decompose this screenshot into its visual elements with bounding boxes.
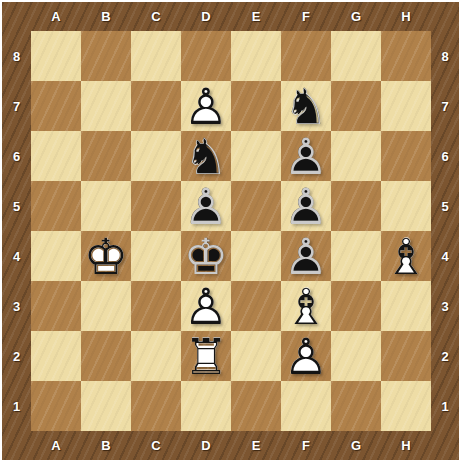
square-e5[interactable]: [231, 181, 281, 231]
piece-white-pawn[interactable]: ♟♙: [181, 81, 231, 131]
square-g1[interactable]: [331, 381, 381, 431]
square-grain-texture: [31, 331, 81, 381]
square-c6[interactable]: [131, 131, 181, 181]
square-f8[interactable]: [281, 31, 331, 81]
square-h6[interactable]: [381, 131, 431, 181]
square-d1[interactable]: [181, 381, 231, 431]
square-d3[interactable]: ♟♙: [181, 281, 231, 331]
square-grain-texture: [81, 31, 131, 81]
square-a6[interactable]: [31, 131, 81, 181]
square-grain-texture: [331, 31, 381, 81]
square-grain-texture: [381, 281, 431, 331]
square-e8[interactable]: [231, 31, 281, 81]
square-grain-texture: [381, 381, 431, 431]
square-d5[interactable]: ♟♙: [181, 181, 231, 231]
square-d7[interactable]: ♟♙: [181, 81, 231, 131]
square-grain-texture: [131, 181, 181, 231]
square-a3[interactable]: [31, 281, 81, 331]
file-label-bottom-d: D: [181, 431, 231, 460]
square-grain-texture: [231, 231, 281, 281]
file-label-bottom-g: G: [331, 431, 381, 460]
square-grain-texture: [281, 31, 331, 81]
piece-black-knight[interactable]: ♞♘: [181, 131, 231, 181]
square-grain-texture: [231, 181, 281, 231]
piece-white-bishop[interactable]: ♝♗: [281, 281, 331, 331]
piece-black-pawn[interactable]: ♟♙: [281, 231, 331, 281]
file-label-bottom-f: F: [281, 431, 331, 460]
piece-white-pawn[interactable]: ♟♙: [181, 281, 231, 331]
file-label-top-f: F: [281, 2, 331, 31]
square-grain-texture: [231, 331, 281, 381]
square-f5[interactable]: ♟♙: [281, 181, 331, 231]
square-grain-texture: [81, 281, 131, 331]
square-g7[interactable]: [331, 81, 381, 131]
square-e6[interactable]: [231, 131, 281, 181]
square-e1[interactable]: [231, 381, 281, 431]
file-label-top-h: H: [381, 2, 431, 31]
rank-label-right-3: 3: [431, 281, 459, 331]
square-grain-texture: [381, 31, 431, 81]
square-g4[interactable]: [331, 231, 381, 281]
square-e4[interactable]: [231, 231, 281, 281]
square-grain-texture: [131, 331, 181, 381]
square-h5[interactable]: [381, 181, 431, 231]
square-grain-texture: [31, 281, 81, 331]
square-b3[interactable]: [81, 281, 131, 331]
square-grain-texture: [281, 381, 331, 431]
page: AABBCCDDEEFFGGHH8877665544332211♟♙♞♘♞♘♟♙…: [0, 0, 461, 462]
square-b8[interactable]: [81, 31, 131, 81]
rank-label-left-8: 8: [2, 31, 31, 81]
rank-label-right-5: 5: [431, 181, 459, 231]
file-label-bottom-h: H: [381, 431, 431, 460]
square-h2[interactable]: [381, 331, 431, 381]
square-grain-texture: [231, 281, 281, 331]
square-h4[interactable]: ♝♗: [381, 231, 431, 281]
file-label-bottom-c: C: [131, 431, 181, 460]
square-b6[interactable]: [81, 131, 131, 181]
square-grain-texture: [131, 31, 181, 81]
square-b7[interactable]: [81, 81, 131, 131]
square-grain-texture: [331, 231, 381, 281]
black-knight-outline: ♘: [181, 131, 231, 181]
white-bishop-outline: ♗: [381, 231, 431, 281]
square-grain-texture: [331, 381, 381, 431]
piece-black-king[interactable]: ♚♔: [181, 231, 231, 281]
square-grain-texture: [31, 181, 81, 231]
square-grain-texture: [81, 81, 131, 131]
square-c3[interactable]: [131, 281, 181, 331]
chess-board-frame: AABBCCDDEEFFGGHH8877665544332211♟♙♞♘♞♘♟♙…: [2, 2, 459, 460]
piece-white-king[interactable]: ♚♔: [81, 231, 131, 281]
square-grain-texture: [181, 31, 231, 81]
square-grain-texture: [81, 381, 131, 431]
square-grain-texture: [81, 181, 131, 231]
black-pawn-outline: ♙: [281, 181, 331, 231]
square-grain-texture: [331, 81, 381, 131]
black-pawn-outline: ♙: [181, 181, 231, 231]
square-c2[interactable]: [131, 331, 181, 381]
rank-label-right-7: 7: [431, 81, 459, 131]
square-b5[interactable]: [81, 181, 131, 231]
rank-label-right-1: 1: [431, 381, 459, 431]
rank-label-left-7: 7: [2, 81, 31, 131]
square-a7[interactable]: [31, 81, 81, 131]
square-grain-texture: [381, 331, 431, 381]
file-label-top-e: E: [231, 2, 281, 31]
piece-black-pawn[interactable]: ♟♙: [281, 181, 331, 231]
square-grain-texture: [331, 281, 381, 331]
piece-black-pawn[interactable]: ♟♙: [181, 181, 231, 231]
square-g5[interactable]: [331, 181, 381, 231]
square-grain-texture: [31, 81, 81, 131]
piece-white-pawn[interactable]: ♟♙: [281, 331, 331, 381]
square-grain-texture: [131, 281, 181, 331]
black-pawn-outline: ♙: [281, 231, 331, 281]
square-f2[interactable]: ♟♙: [281, 331, 331, 381]
square-h3[interactable]: [381, 281, 431, 331]
square-grain-texture: [381, 181, 431, 231]
file-label-bottom-b: B: [81, 431, 131, 460]
square-a8[interactable]: [31, 31, 81, 81]
square-g8[interactable]: [331, 31, 381, 81]
square-c5[interactable]: [131, 181, 181, 231]
file-label-bottom-e: E: [231, 431, 281, 460]
square-d4[interactable]: ♚♔: [181, 231, 231, 281]
square-grain-texture: [331, 131, 381, 181]
square-grain-texture: [31, 231, 81, 281]
square-grain-texture: [231, 131, 281, 181]
file-label-bottom-a: A: [31, 431, 81, 460]
square-grain-texture: [131, 231, 181, 281]
square-c7[interactable]: [131, 81, 181, 131]
black-knight-outline: ♘: [281, 81, 331, 131]
square-grain-texture: [381, 131, 431, 181]
white-pawn-outline: ♙: [181, 81, 231, 131]
square-grain-texture: [331, 181, 381, 231]
square-a2[interactable]: [31, 331, 81, 381]
square-h1[interactable]: [381, 381, 431, 431]
square-d8[interactable]: [181, 31, 231, 81]
square-grain-texture: [181, 381, 231, 431]
rank-label-left-2: 2: [2, 331, 31, 381]
square-f7[interactable]: ♞♘: [281, 81, 331, 131]
square-f6[interactable]: ♟♙: [281, 131, 331, 181]
square-e7[interactable]: [231, 81, 281, 131]
square-h8[interactable]: [381, 31, 431, 81]
file-label-top-a: A: [31, 2, 81, 31]
white-king-outline: ♔: [81, 231, 131, 281]
square-grain-texture: [231, 381, 281, 431]
square-a4[interactable]: [31, 231, 81, 281]
rank-label-left-3: 3: [2, 281, 31, 331]
square-h7[interactable]: [381, 81, 431, 131]
piece-black-knight[interactable]: ♞♘: [281, 81, 331, 131]
square-grain-texture: [131, 81, 181, 131]
square-c4[interactable]: [131, 231, 181, 281]
rank-label-right-8: 8: [431, 31, 459, 81]
square-a1[interactable]: [31, 381, 81, 431]
square-e3[interactable]: [231, 281, 281, 331]
rank-label-left-6: 6: [2, 131, 31, 181]
black-pawn-outline: ♙: [281, 131, 331, 181]
black-king-outline: ♔: [181, 231, 231, 281]
square-b1[interactable]: [81, 381, 131, 431]
square-g6[interactable]: [331, 131, 381, 181]
piece-white-rook[interactable]: ♜♖: [181, 331, 231, 381]
file-label-top-b: B: [81, 2, 131, 31]
square-grain-texture: [31, 31, 81, 81]
white-bishop-outline: ♗: [281, 281, 331, 331]
square-grain-texture: [231, 31, 281, 81]
square-grain-texture: [81, 331, 131, 381]
square-c8[interactable]: [131, 31, 181, 81]
file-label-top-g: G: [331, 2, 381, 31]
file-label-top-c: C: [131, 2, 181, 31]
square-g2[interactable]: [331, 331, 381, 381]
square-g3[interactable]: [331, 281, 381, 331]
rank-label-left-4: 4: [2, 231, 31, 281]
square-grain-texture: [231, 81, 281, 131]
rank-label-right-4: 4: [431, 231, 459, 281]
square-grain-texture: [131, 131, 181, 181]
square-b4[interactable]: ♚♔: [81, 231, 131, 281]
square-d2[interactable]: ♜♖: [181, 331, 231, 381]
rank-label-right-2: 2: [431, 331, 459, 381]
file-label-top-d: D: [181, 2, 231, 31]
square-f1[interactable]: [281, 381, 331, 431]
rank-label-left-1: 1: [2, 381, 31, 431]
rank-label-left-5: 5: [2, 181, 31, 231]
square-e2[interactable]: [231, 331, 281, 381]
piece-black-pawn[interactable]: ♟♙: [281, 131, 331, 181]
square-grain-texture: [331, 331, 381, 381]
square-a5[interactable]: [31, 181, 81, 231]
white-pawn-outline: ♙: [181, 281, 231, 331]
square-d6[interactable]: ♞♘: [181, 131, 231, 181]
square-grain-texture: [31, 131, 81, 181]
square-grain-texture: [381, 81, 431, 131]
square-f3[interactable]: ♝♗: [281, 281, 331, 331]
square-f4[interactable]: ♟♙: [281, 231, 331, 281]
square-grain-texture: [131, 381, 181, 431]
piece-white-bishop[interactable]: ♝♗: [381, 231, 431, 281]
square-grain-texture: [31, 381, 81, 431]
white-pawn-outline: ♙: [281, 331, 331, 381]
square-c1[interactable]: [131, 381, 181, 431]
white-rook-outline: ♖: [181, 331, 231, 381]
square-b2[interactable]: [81, 331, 131, 381]
rank-label-right-6: 6: [431, 131, 459, 181]
square-grain-texture: [81, 131, 131, 181]
